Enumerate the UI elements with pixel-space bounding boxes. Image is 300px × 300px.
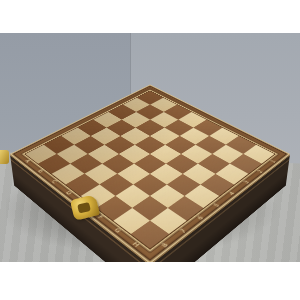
white-pawn-glyph: ♟ [133, 86, 167, 113]
white-pawn-glyph: ♟ [192, 116, 229, 145]
square-a4[interactable] [93, 112, 121, 128]
white-rook-glyph: ♜ [134, 65, 166, 99]
square-c3[interactable] [136, 120, 165, 136]
letterbox-bottom [0, 262, 300, 300]
white-queen-glyph: ♛ [175, 80, 210, 121]
square-c2[interactable]: ♟ [150, 112, 178, 128]
square-e3[interactable] [165, 136, 195, 154]
square-a1[interactable]: ♜ [137, 91, 163, 105]
square-a2[interactable]: ♟ [123, 98, 150, 112]
white-pawn-glyph: ♟ [176, 108, 212, 137]
square-h8[interactable]: ♜ [131, 221, 169, 249]
square-e1[interactable]: ♚ [193, 120, 222, 136]
square-d1[interactable]: ♛ [178, 112, 206, 128]
square-h2[interactable]: ♟ [230, 154, 262, 174]
photo-area: ♜♞♝♛♚♝♞♜♟♟♟♟♟♟♟♟♟♟♟♟♟♟♟♟♜♞♝♛♚♝♞♜ ABCDEFG… [0, 33, 300, 262]
square-d3[interactable] [150, 128, 180, 145]
square-d4[interactable] [135, 136, 165, 154]
white-pawn-glyph: ♟ [161, 101, 196, 129]
square-c1[interactable]: ♝ [164, 105, 192, 120]
white-pawn-glyph: ♟ [120, 80, 153, 106]
white-king-glyph: ♚ [190, 85, 225, 129]
square-b4[interactable] [107, 120, 136, 136]
square-e2[interactable]: ♟ [180, 128, 210, 145]
coordinate-labels: ABCDEFGH12345678 [150, 85, 290, 154]
square-d2[interactable]: ♟ [164, 120, 193, 136]
square-b3[interactable] [122, 112, 150, 128]
white-bishop-glyph: ♝ [161, 76, 195, 112]
white-pawn-glyph: ♟ [147, 93, 182, 120]
brass-hinge [0, 150, 9, 164]
chess-set-photo: ♜♞♝♛♚♝♞♜♟♟♟♟♟♟♟♟♟♟♟♟♟♟♟♟♜♞♝♛♚♝♞♜ ABCDEFG… [0, 0, 300, 300]
square-a3[interactable] [109, 105, 137, 120]
chess-board: ♜♞♝♛♚♝♞♜♟♟♟♟♟♟♟♟♟♟♟♟♟♟♟♟♜♞♝♛♚♝♞♜ ABCDEFG… [10, 85, 290, 262]
square-b2[interactable]: ♟ [136, 105, 164, 120]
white-pawn-glyph: ♟ [226, 134, 265, 165]
black-rook-glyph: ♜ [127, 187, 173, 235]
letterbox-top [0, 0, 300, 33]
square-f2[interactable]: ♟ [196, 136, 226, 154]
perspective-wrapper: ♜♞♝♛♚♝♞♜♟♟♟♟♟♟♟♟♟♟♟♟♟♟♟♟♜♞♝♛♚♝♞♜ ABCDEFG… [0, 33, 300, 262]
square-h4[interactable] [200, 174, 234, 196]
square-b1[interactable]: ♞ [150, 98, 177, 112]
white-knight-glyph: ♞ [147, 73, 180, 106]
square-c4[interactable] [120, 128, 150, 145]
